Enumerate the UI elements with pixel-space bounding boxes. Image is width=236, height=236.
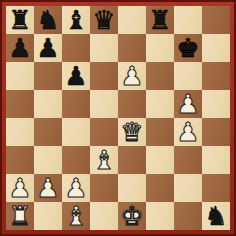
square-d1[interactable] bbox=[90, 202, 118, 230]
square-f2[interactable] bbox=[146, 174, 174, 202]
square-f8[interactable]: ♜ bbox=[146, 6, 174, 34]
square-f6[interactable] bbox=[146, 62, 174, 90]
square-e7[interactable] bbox=[118, 34, 146, 62]
square-c8[interactable]: ♝ bbox=[62, 6, 90, 34]
square-g7[interactable]: ♚ bbox=[174, 34, 202, 62]
square-b3[interactable] bbox=[34, 146, 62, 174]
white-rook-icon: ♜ bbox=[8, 202, 31, 230]
square-h2[interactable] bbox=[202, 174, 230, 202]
square-h3[interactable] bbox=[202, 146, 230, 174]
square-d5[interactable] bbox=[90, 90, 118, 118]
square-c1[interactable]: ♝ bbox=[62, 202, 90, 230]
square-f3[interactable] bbox=[146, 146, 174, 174]
square-a2[interactable]: ♟ bbox=[6, 174, 34, 202]
square-c2[interactable]: ♟ bbox=[62, 174, 90, 202]
white-king-icon: ♚ bbox=[120, 202, 143, 230]
square-a1[interactable]: ♜ bbox=[6, 202, 34, 230]
square-f5[interactable] bbox=[146, 90, 174, 118]
square-c7[interactable] bbox=[62, 34, 90, 62]
square-d8[interactable]: ♛ bbox=[90, 6, 118, 34]
square-h8[interactable] bbox=[202, 6, 230, 34]
white-pawn-icon: ♟ bbox=[64, 174, 87, 202]
square-a7[interactable]: ♟ bbox=[6, 34, 34, 62]
square-f4[interactable] bbox=[146, 118, 174, 146]
square-a8[interactable]: ♜ bbox=[6, 6, 34, 34]
square-h1[interactable]: ♞ bbox=[202, 202, 230, 230]
square-a4[interactable] bbox=[6, 118, 34, 146]
white-queen-icon: ♛ bbox=[120, 118, 143, 146]
square-f7[interactable] bbox=[146, 34, 174, 62]
black-rook-icon: ♜ bbox=[148, 6, 171, 34]
square-c3[interactable] bbox=[62, 146, 90, 174]
square-e2[interactable] bbox=[118, 174, 146, 202]
square-a6[interactable] bbox=[6, 62, 34, 90]
square-h7[interactable] bbox=[202, 34, 230, 62]
square-b2[interactable]: ♟ bbox=[34, 174, 62, 202]
black-pawn-icon: ♟ bbox=[8, 34, 31, 62]
square-f1[interactable] bbox=[146, 202, 174, 230]
white-pawn-icon: ♟ bbox=[120, 62, 143, 90]
board-frame: ♜♞♝♛♜♟♟♚♟♟♟♛♟♝♟♟♟♜♝♚♞ bbox=[0, 0, 236, 236]
square-b1[interactable] bbox=[34, 202, 62, 230]
square-g6[interactable] bbox=[174, 62, 202, 90]
square-h4[interactable] bbox=[202, 118, 230, 146]
black-bishop-icon: ♝ bbox=[64, 6, 87, 34]
square-g2[interactable] bbox=[174, 174, 202, 202]
black-knight-icon: ♞ bbox=[36, 6, 59, 34]
white-bishop-icon: ♝ bbox=[92, 146, 115, 174]
square-a3[interactable] bbox=[6, 146, 34, 174]
square-e8[interactable] bbox=[118, 6, 146, 34]
white-bishop-icon: ♝ bbox=[64, 202, 87, 230]
black-king-icon: ♚ bbox=[176, 34, 199, 62]
square-d3[interactable]: ♝ bbox=[90, 146, 118, 174]
black-knight-icon: ♞ bbox=[204, 202, 227, 230]
square-g5[interactable]: ♟ bbox=[174, 90, 202, 118]
square-b8[interactable]: ♞ bbox=[34, 6, 62, 34]
square-d6[interactable] bbox=[90, 62, 118, 90]
white-pawn-icon: ♟ bbox=[36, 174, 59, 202]
black-pawn-icon: ♟ bbox=[64, 62, 87, 90]
square-b5[interactable] bbox=[34, 90, 62, 118]
square-h5[interactable] bbox=[202, 90, 230, 118]
black-queen-icon: ♛ bbox=[92, 6, 115, 34]
square-e4[interactable]: ♛ bbox=[118, 118, 146, 146]
square-c6[interactable]: ♟ bbox=[62, 62, 90, 90]
square-d7[interactable] bbox=[90, 34, 118, 62]
black-rook-icon: ♜ bbox=[8, 6, 31, 34]
square-c4[interactable] bbox=[62, 118, 90, 146]
square-b4[interactable] bbox=[34, 118, 62, 146]
square-e6[interactable]: ♟ bbox=[118, 62, 146, 90]
square-b6[interactable] bbox=[34, 62, 62, 90]
black-pawn-icon: ♟ bbox=[36, 34, 59, 62]
square-c5[interactable] bbox=[62, 90, 90, 118]
square-g4[interactable]: ♟ bbox=[174, 118, 202, 146]
square-e1[interactable]: ♚ bbox=[118, 202, 146, 230]
chess-board: ♜♞♝♛♜♟♟♚♟♟♟♛♟♝♟♟♟♜♝♚♞ bbox=[6, 6, 230, 230]
square-g8[interactable] bbox=[174, 6, 202, 34]
square-g1[interactable] bbox=[174, 202, 202, 230]
white-pawn-icon: ♟ bbox=[176, 118, 199, 146]
square-h6[interactable] bbox=[202, 62, 230, 90]
square-g3[interactable] bbox=[174, 146, 202, 174]
square-b7[interactable]: ♟ bbox=[34, 34, 62, 62]
white-pawn-icon: ♟ bbox=[176, 90, 199, 118]
square-e5[interactable] bbox=[118, 90, 146, 118]
square-d2[interactable] bbox=[90, 174, 118, 202]
square-e3[interactable] bbox=[118, 146, 146, 174]
square-a5[interactable] bbox=[6, 90, 34, 118]
square-d4[interactable] bbox=[90, 118, 118, 146]
white-pawn-icon: ♟ bbox=[8, 174, 31, 202]
